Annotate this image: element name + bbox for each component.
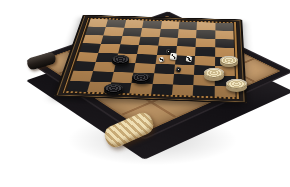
product-photo-scene <box>0 0 290 187</box>
checker-white <box>220 56 238 67</box>
checker-top <box>226 79 247 89</box>
checker-top <box>104 84 123 93</box>
white-die <box>185 55 192 62</box>
black-die <box>175 66 181 72</box>
checker-white <box>226 79 247 92</box>
piece-layer <box>0 0 290 187</box>
checker-black <box>132 73 150 84</box>
white-die <box>158 56 164 62</box>
checker-top <box>204 68 224 78</box>
checker-top <box>220 56 238 65</box>
dark-stack <box>25 51 56 71</box>
checker-black <box>104 84 123 96</box>
white-die <box>169 52 177 60</box>
checker-top <box>112 55 129 63</box>
checker-white <box>204 68 224 80</box>
checker-top <box>132 73 150 82</box>
checker-black <box>112 55 129 66</box>
cream-roll <box>102 110 157 150</box>
